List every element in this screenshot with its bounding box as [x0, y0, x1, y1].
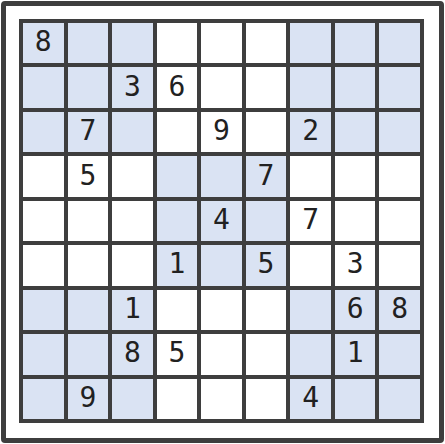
- cell-r5c6[interactable]: [246, 201, 287, 241]
- cell-r4c7[interactable]: [290, 156, 331, 196]
- cell-r7c1[interactable]: [23, 290, 64, 330]
- cell-r9c8[interactable]: [335, 379, 376, 419]
- given-digit: 9: [213, 117, 230, 145]
- cell-r2c3[interactable]: 3: [112, 67, 153, 107]
- cell-r7c6[interactable]: [246, 290, 287, 330]
- cell-r5c7[interactable]: 7: [290, 201, 331, 241]
- cell-r4c9[interactable]: [379, 156, 420, 196]
- cell-r8c2[interactable]: [68, 334, 109, 374]
- given-digit: 1: [347, 339, 364, 367]
- cell-r4c1[interactable]: [23, 156, 64, 196]
- cell-r1c9[interactable]: [379, 23, 420, 63]
- cell-r2c1[interactable]: [23, 67, 64, 107]
- cell-r5c2[interactable]: [68, 201, 109, 241]
- cell-r5c8[interactable]: [335, 201, 376, 241]
- given-digit: 8: [35, 28, 52, 56]
- given-digit: 1: [124, 295, 141, 323]
- given-digit: 5: [258, 250, 275, 278]
- cell-r6c1[interactable]: [23, 245, 64, 285]
- cell-r2c2[interactable]: [68, 67, 109, 107]
- cell-r1c3[interactable]: [112, 23, 153, 63]
- cell-r2c7[interactable]: [290, 67, 331, 107]
- cell-r4c2[interactable]: 5: [68, 156, 109, 196]
- cell-r6c8[interactable]: 3: [335, 245, 376, 285]
- cell-r9c9[interactable]: [379, 379, 420, 419]
- cell-r3c4[interactable]: [157, 112, 198, 152]
- cell-r9c2[interactable]: 9: [68, 379, 109, 419]
- cell-r6c5[interactable]: [201, 245, 242, 285]
- cell-r1c2[interactable]: [68, 23, 109, 63]
- cell-r4c6[interactable]: 7: [246, 156, 287, 196]
- given-digit: 1: [169, 250, 186, 278]
- cell-r9c4[interactable]: [157, 379, 198, 419]
- cell-r7c3[interactable]: 1: [112, 290, 153, 330]
- given-digit: 7: [79, 117, 96, 145]
- cell-r1c4[interactable]: [157, 23, 198, 63]
- cell-r5c9[interactable]: [379, 201, 420, 241]
- cell-r7c2[interactable]: [68, 290, 109, 330]
- cell-r7c8[interactable]: 6: [335, 290, 376, 330]
- cell-r8c1[interactable]: [23, 334, 64, 374]
- cell-r8c8[interactable]: 1: [335, 334, 376, 374]
- cell-r6c9[interactable]: [379, 245, 420, 285]
- cell-r2c5[interactable]: [201, 67, 242, 107]
- given-digit: 4: [302, 384, 319, 412]
- cell-r2c6[interactable]: [246, 67, 287, 107]
- cell-r3c8[interactable]: [335, 112, 376, 152]
- cell-r9c6[interactable]: [246, 379, 287, 419]
- cell-r7c4[interactable]: [157, 290, 198, 330]
- given-digit: 9: [79, 384, 96, 412]
- cell-r9c7[interactable]: 4: [290, 379, 331, 419]
- cell-r3c1[interactable]: [23, 112, 64, 152]
- given-digit: 2: [302, 117, 319, 145]
- cell-r8c4[interactable]: 5: [157, 334, 198, 374]
- cell-r9c3[interactable]: [112, 379, 153, 419]
- cell-r2c8[interactable]: [335, 67, 376, 107]
- cell-r4c3[interactable]: [112, 156, 153, 196]
- cell-r1c7[interactable]: [290, 23, 331, 63]
- cell-r8c5[interactable]: [201, 334, 242, 374]
- cell-r3c7[interactable]: 2: [290, 112, 331, 152]
- given-digit: 3: [124, 73, 141, 101]
- cell-r9c1[interactable]: [23, 379, 64, 419]
- cell-r3c5[interactable]: 9: [201, 112, 242, 152]
- cell-r5c4[interactable]: [157, 201, 198, 241]
- cell-r8c7[interactable]: [290, 334, 331, 374]
- given-digit: 5: [79, 162, 96, 190]
- cell-r4c5[interactable]: [201, 156, 242, 196]
- cell-r1c8[interactable]: [335, 23, 376, 63]
- cell-r8c6[interactable]: [246, 334, 287, 374]
- cell-r1c5[interactable]: [201, 23, 242, 63]
- cell-r2c9[interactable]: [379, 67, 420, 107]
- cell-r2c4[interactable]: 6: [157, 67, 198, 107]
- given-digit: 7: [302, 206, 319, 234]
- cell-r1c6[interactable]: [246, 23, 287, 63]
- cell-r1c1[interactable]: 8: [23, 23, 64, 63]
- cell-r6c4[interactable]: 1: [157, 245, 198, 285]
- cell-r3c6[interactable]: [246, 112, 287, 152]
- cell-r7c9[interactable]: 8: [379, 290, 420, 330]
- given-digit: 7: [258, 162, 275, 190]
- cell-r4c8[interactable]: [335, 156, 376, 196]
- given-digit: 6: [169, 73, 186, 101]
- cell-r6c6[interactable]: 5: [246, 245, 287, 285]
- cell-r3c9[interactable]: [379, 112, 420, 152]
- cell-r6c7[interactable]: [290, 245, 331, 285]
- given-digit: 8: [124, 339, 141, 367]
- given-digit: 6: [347, 295, 364, 323]
- sudoku-board: 836792574715316885194: [19, 19, 424, 423]
- given-digit: 5: [169, 339, 186, 367]
- cell-r5c5[interactable]: 4: [201, 201, 242, 241]
- cell-r5c3[interactable]: [112, 201, 153, 241]
- cell-r4c4[interactable]: [157, 156, 198, 196]
- cell-r7c7[interactable]: [290, 290, 331, 330]
- cell-r8c3[interactable]: 8: [112, 334, 153, 374]
- cell-r5c1[interactable]: [23, 201, 64, 241]
- given-digit: 3: [347, 250, 364, 278]
- cell-r6c2[interactable]: [68, 245, 109, 285]
- cell-r7c5[interactable]: [201, 290, 242, 330]
- cell-r3c2[interactable]: 7: [68, 112, 109, 152]
- cell-r9c5[interactable]: [201, 379, 242, 419]
- cell-r8c9[interactable]: [379, 334, 420, 374]
- given-digit: 4: [213, 206, 230, 234]
- cell-r3c3[interactable]: [112, 112, 153, 152]
- cell-r6c3[interactable]: [112, 245, 153, 285]
- given-digit: 8: [391, 295, 408, 323]
